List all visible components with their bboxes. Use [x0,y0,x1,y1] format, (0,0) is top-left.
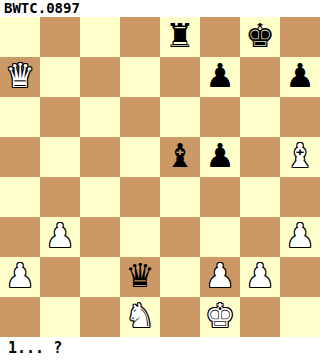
square-f4[interactable] [200,177,240,217]
square-a8[interactable] [0,17,40,57]
square-a2[interactable]: ♟ [0,257,40,297]
square-g1[interactable] [240,297,280,337]
square-g8[interactable]: ♚ [240,17,280,57]
chess-puzzle-window: BWTC.0897 ♜♚♛♟♟♝♟♝♟♟♟♛♟♟♞♚ 1... ? [0,0,320,360]
white-pawn-piece: ♟ [285,217,315,256]
black-rook-piece: ♜ [165,17,195,56]
square-e5[interactable]: ♝ [160,137,200,177]
square-d7[interactable] [120,57,160,97]
square-c7[interactable] [80,57,120,97]
white-queen-piece: ♛ [5,57,35,96]
square-c6[interactable] [80,97,120,137]
square-g4[interactable] [240,177,280,217]
square-d1[interactable]: ♞ [120,297,160,337]
square-h1[interactable] [280,297,320,337]
square-f7[interactable]: ♟ [200,57,240,97]
square-f5[interactable]: ♟ [200,137,240,177]
square-b1[interactable] [40,297,80,337]
white-pawn-piece: ♟ [45,217,75,256]
square-c3[interactable] [80,217,120,257]
white-king-piece: ♚ [205,297,235,336]
square-g3[interactable] [240,217,280,257]
black-pawn-piece: ♟ [205,137,235,176]
square-e2[interactable] [160,257,200,297]
square-a5[interactable] [0,137,40,177]
black-pawn-piece: ♟ [285,57,315,96]
square-b8[interactable] [40,17,80,57]
square-d4[interactable] [120,177,160,217]
square-d8[interactable] [120,17,160,57]
square-c4[interactable] [80,177,120,217]
square-h2[interactable] [280,257,320,297]
square-b7[interactable] [40,57,80,97]
square-a7[interactable]: ♛ [0,57,40,97]
black-bishop-piece: ♝ [165,137,195,176]
square-f8[interactable] [200,17,240,57]
square-a1[interactable] [0,297,40,337]
square-g5[interactable] [240,137,280,177]
square-e6[interactable] [160,97,200,137]
square-d5[interactable] [120,137,160,177]
square-c2[interactable] [80,257,120,297]
square-e1[interactable] [160,297,200,337]
square-e3[interactable] [160,217,200,257]
square-a6[interactable] [0,97,40,137]
square-f6[interactable] [200,97,240,137]
square-h4[interactable] [280,177,320,217]
square-e4[interactable] [160,177,200,217]
chess-board: ♜♚♛♟♟♝♟♝♟♟♟♛♟♟♞♚ [0,17,320,337]
square-e7[interactable] [160,57,200,97]
square-b2[interactable] [40,257,80,297]
black-king-piece: ♚ [245,17,275,56]
square-f3[interactable] [200,217,240,257]
square-d2[interactable]: ♛ [120,257,160,297]
square-a3[interactable] [0,217,40,257]
square-h7[interactable]: ♟ [280,57,320,97]
white-bishop-piece: ♝ [285,137,315,176]
square-f2[interactable]: ♟ [200,257,240,297]
black-queen-piece: ♛ [125,257,155,296]
square-g6[interactable] [240,97,280,137]
move-prompt: 1... ? [0,337,320,360]
white-pawn-piece: ♟ [245,257,275,296]
square-b6[interactable] [40,97,80,137]
white-pawn-piece: ♟ [205,257,235,296]
square-h3[interactable]: ♟ [280,217,320,257]
square-b4[interactable] [40,177,80,217]
square-h6[interactable] [280,97,320,137]
square-g2[interactable]: ♟ [240,257,280,297]
black-pawn-piece: ♟ [205,57,235,96]
square-c1[interactable] [80,297,120,337]
square-f1[interactable]: ♚ [200,297,240,337]
square-g7[interactable] [240,57,280,97]
square-h5[interactable]: ♝ [280,137,320,177]
square-e8[interactable]: ♜ [160,17,200,57]
square-c8[interactable] [80,17,120,57]
square-b3[interactable]: ♟ [40,217,80,257]
square-a4[interactable] [0,177,40,217]
square-h8[interactable] [280,17,320,57]
square-d6[interactable] [120,97,160,137]
white-knight-piece: ♞ [125,297,155,336]
puzzle-id-title: BWTC.0897 [0,0,320,17]
square-b5[interactable] [40,137,80,177]
white-pawn-piece: ♟ [5,257,35,296]
square-d3[interactable] [120,217,160,257]
square-c5[interactable] [80,137,120,177]
